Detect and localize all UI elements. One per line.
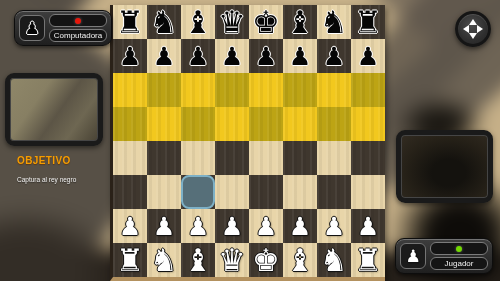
square-a2[interactable]: ♟: [113, 209, 147, 243]
square-c2[interactable]: ♟: [181, 209, 215, 243]
player-status-dot: [456, 246, 462, 252]
computer-icon-box: ♟: [19, 15, 45, 41]
black-pawn: ♟: [323, 44, 345, 69]
white-queen: ♛: [218, 245, 246, 276]
chess-board: ♜♞♝♛♚♝♞♜♟♟♟♟♟♟♟♟♟♟♟♟♟♟♟♟♜♞♝♛♚♝♞♜: [113, 5, 385, 277]
black-king: ♚: [252, 7, 280, 38]
square-h7[interactable]: ♟: [351, 39, 385, 73]
square-d6[interactable]: [215, 73, 249, 107]
white-pawn: ♟: [323, 214, 345, 239]
white-pawn: ♟: [119, 214, 141, 239]
computer-status-dot: [75, 18, 81, 24]
black-pawn: ♟: [289, 44, 311, 69]
white-rook: ♜: [354, 245, 382, 276]
square-d8[interactable]: ♛: [215, 5, 249, 39]
white-pawn: ♟: [221, 214, 243, 239]
square-g3[interactable]: [317, 175, 351, 209]
arrow-down-icon: [469, 33, 477, 39]
player-label: Jugador: [445, 260, 474, 268]
view-control-button[interactable]: [455, 11, 491, 47]
square-g5[interactable]: [317, 107, 351, 141]
square-h5[interactable]: [351, 107, 385, 141]
player-status-pill: [430, 242, 488, 255]
white-king: ♚: [252, 245, 280, 276]
square-e3[interactable]: [249, 175, 283, 209]
objective-title: OBJETIVO: [17, 155, 71, 166]
computer-status-pill: [49, 14, 107, 27]
square-a5[interactable]: [113, 107, 147, 141]
square-h4[interactable]: [351, 141, 385, 175]
square-d2[interactable]: ♟: [215, 209, 249, 243]
square-b1[interactable]: ♞: [147, 243, 181, 277]
square-c7[interactable]: ♟: [181, 39, 215, 73]
square-c4[interactable]: [181, 141, 215, 175]
square-f5[interactable]: [283, 107, 317, 141]
chess-board-frame: ♜♞♝♛♚♝♞♜♟♟♟♟♟♟♟♟♟♟♟♟♟♟♟♟♜♞♝♛♚♝♞♜: [110, 5, 385, 281]
black-pawn-icon: ♟: [24, 20, 39, 37]
square-b6[interactable]: [147, 73, 181, 107]
white-pawn-icon: ♟: [405, 248, 420, 265]
square-d1[interactable]: ♛: [215, 243, 249, 277]
square-g1[interactable]: ♞: [317, 243, 351, 277]
white-knight: ♞: [150, 245, 178, 276]
arrow-up-icon: [469, 19, 477, 25]
white-knight: ♞: [320, 245, 348, 276]
player-name-pill: Jugador: [430, 257, 488, 270]
selected-square-highlight: [181, 175, 215, 209]
black-knight: ♞: [150, 7, 178, 38]
square-c5[interactable]: [181, 107, 215, 141]
chess-app-screen: ♜♞♝♛♚♝♞♜♟♟♟♟♟♟♟♟♟♟♟♟♟♟♟♟♜♞♝♛♚♝♞♜ ♟ Compu…: [0, 0, 500, 281]
computer-player-label: Computadora: [54, 32, 102, 40]
square-f6[interactable]: [283, 73, 317, 107]
black-pawn: ♟: [187, 44, 209, 69]
computer-capture-tray: [5, 73, 103, 146]
black-bishop: ♝: [184, 7, 212, 38]
square-d5[interactable]: [215, 107, 249, 141]
arrow-left-icon: [463, 25, 469, 33]
white-bishop: ♝: [184, 245, 212, 276]
white-pawn: ♟: [357, 214, 379, 239]
square-b2[interactable]: ♟: [147, 209, 181, 243]
square-d4[interactable]: [215, 141, 249, 175]
square-h2[interactable]: ♟: [351, 209, 385, 243]
square-g4[interactable]: [317, 141, 351, 175]
square-a3[interactable]: [113, 175, 147, 209]
black-rook: ♜: [116, 7, 144, 38]
black-pawn: ♟: [221, 44, 243, 69]
black-pawn: ♟: [119, 44, 141, 69]
square-h6[interactable]: [351, 73, 385, 107]
white-pawn: ♟: [187, 214, 209, 239]
computer-player-badge: ♟ Computadora: [14, 10, 112, 46]
square-b5[interactable]: [147, 107, 181, 141]
square-g2[interactable]: ♟: [317, 209, 351, 243]
square-e2[interactable]: ♟: [249, 209, 283, 243]
computer-name-pill: Computadora: [49, 29, 107, 42]
white-pawn: ♟: [153, 214, 175, 239]
player-icon-box: ♟: [400, 243, 426, 269]
square-e6[interactable]: [249, 73, 283, 107]
black-pawn: ♟: [255, 44, 277, 69]
arrow-right-icon: [477, 25, 483, 33]
square-h8[interactable]: ♜: [351, 5, 385, 39]
square-h1[interactable]: ♜: [351, 243, 385, 277]
square-f2[interactable]: ♟: [283, 209, 317, 243]
black-queen: ♛: [218, 7, 246, 38]
square-a6[interactable]: [113, 73, 147, 107]
square-a4[interactable]: [113, 141, 147, 175]
square-e1[interactable]: ♚: [249, 243, 283, 277]
square-e7[interactable]: ♟: [249, 39, 283, 73]
square-a8[interactable]: ♜: [113, 5, 147, 39]
square-e8[interactable]: ♚: [249, 5, 283, 39]
square-g8[interactable]: ♞: [317, 5, 351, 39]
square-b4[interactable]: [147, 141, 181, 175]
square-f1[interactable]: ♝: [283, 243, 317, 277]
square-a1[interactable]: ♜: [113, 243, 147, 277]
square-g7[interactable]: ♟: [317, 39, 351, 73]
black-bishop: ♝: [286, 7, 314, 38]
square-a7[interactable]: ♟: [113, 39, 147, 73]
objective-description: Captura al rey negro: [17, 176, 76, 183]
square-e5[interactable]: [249, 107, 283, 141]
square-c1[interactable]: ♝: [181, 243, 215, 277]
black-pawn: ♟: [357, 44, 379, 69]
square-f4[interactable]: [283, 141, 317, 175]
player-capture-tray: [396, 130, 493, 203]
black-knight: ♞: [320, 7, 348, 38]
square-g6[interactable]: [317, 73, 351, 107]
square-b3[interactable]: [147, 175, 181, 209]
square-c6[interactable]: [181, 73, 215, 107]
square-e4[interactable]: [249, 141, 283, 175]
black-rook: ♜: [354, 7, 382, 38]
square-f7[interactable]: ♟: [283, 39, 317, 73]
human-player-badge: ♟ Jugador: [395, 238, 493, 274]
black-pawn: ♟: [153, 44, 175, 69]
white-pawn: ♟: [255, 214, 277, 239]
white-bishop: ♝: [286, 245, 314, 276]
square-d3[interactable]: [215, 175, 249, 209]
square-d7[interactable]: ♟: [215, 39, 249, 73]
white-rook: ♜: [116, 245, 144, 276]
square-c3[interactable]: [181, 175, 215, 209]
square-c8[interactable]: ♝: [181, 5, 215, 39]
square-b7[interactable]: ♟: [147, 39, 181, 73]
square-b8[interactable]: ♞: [147, 5, 181, 39]
square-h3[interactable]: [351, 175, 385, 209]
white-pawn: ♟: [289, 214, 311, 239]
square-f3[interactable]: [283, 175, 317, 209]
square-f8[interactable]: ♝: [283, 5, 317, 39]
